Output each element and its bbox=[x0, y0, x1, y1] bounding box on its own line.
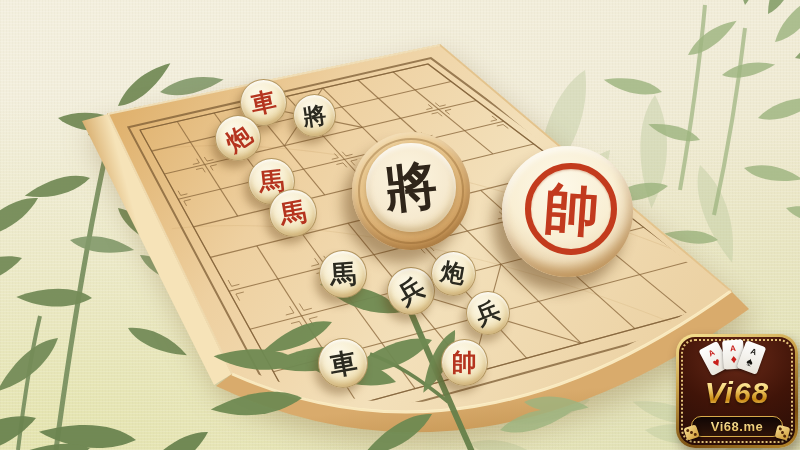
logo-domain-banner: Vi68.me bbox=[691, 416, 783, 437]
logo-domain-text: Vi68.me bbox=[711, 419, 763, 434]
bamboo-leaves-bottom-left bbox=[0, 408, 214, 450]
piece-black-cannon: 炮 bbox=[431, 251, 476, 296]
logo-title: Vi68 bbox=[679, 376, 795, 410]
vi68-logo-badge[interactable]: A ♥ A ♦ A ♠ Vi68 Vi68.me bbox=[676, 334, 798, 448]
bamboo-leaves-front-pale bbox=[498, 392, 590, 436]
piece-black-soldier: 兵 bbox=[387, 267, 435, 315]
dice-right-icon bbox=[775, 425, 791, 441]
scene: 車將炮馬馬馬兵炮兵車帥將帥 A ♥ A ♦ A ♠ Vi68 Vi68.me bbox=[0, 0, 800, 450]
piece-black-horse: 馬 bbox=[319, 250, 367, 298]
logo-inner: A ♥ A ♦ A ♠ Vi68 Vi68.me bbox=[679, 337, 795, 445]
featured-piece-red-general: 帥 bbox=[502, 146, 633, 277]
piece-black-soldier: 兵 bbox=[466, 291, 510, 335]
spade-suit-icon: ♠ bbox=[745, 355, 755, 368]
diamond-suit-icon: ♦ bbox=[730, 352, 737, 364]
piece-red-cannon: 炮 bbox=[215, 115, 261, 161]
piece-red-general: 帥 bbox=[441, 339, 488, 386]
piece-black-chariot: 車 bbox=[318, 338, 368, 388]
piece-red-horse: 馬 bbox=[269, 189, 317, 237]
heart-suit-icon: ♥ bbox=[710, 355, 722, 369]
piece-black-general: 將 bbox=[293, 94, 336, 137]
featured-piece-black-general: 將 bbox=[352, 132, 470, 250]
